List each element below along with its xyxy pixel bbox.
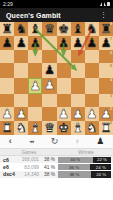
black-pawn-c7: ♟ [28, 36, 42, 50]
rank-label-3: 3 [110, 94, 112, 98]
square-e3[interactable] [57, 94, 71, 107]
black-pawn-e7: ♟ [57, 36, 71, 50]
moves-table-header: Games Winrate [0, 149, 113, 156]
square-b7[interactable]: ♟ [14, 36, 28, 50]
square-h7[interactable]: ♟7 [99, 36, 113, 50]
square-f2[interactable]: ♟ [71, 107, 85, 121]
black-pawn-b7: ♟ [14, 36, 28, 50]
black-pawn-d5: ♟ [42, 63, 56, 77]
navigation-toolbar: ‹ ◂◂ ↻ › ♟ [0, 135, 113, 149]
square-d8[interactable]: ♛ [42, 22, 56, 36]
black-knight-b8: ♞ [14, 22, 28, 36]
black-king-e8: ♚ [57, 22, 71, 36]
forward-icon[interactable]: › [76, 135, 79, 148]
winrate-bar: 38 %24 % [58, 171, 112, 177]
black-pawn-g7: ♟ [85, 36, 99, 50]
square-g2[interactable]: ♟ [85, 107, 99, 121]
square-b5[interactable] [14, 63, 28, 77]
white-knight-b1: ♞ [14, 121, 28, 135]
square-f7[interactable]: ♟ [71, 36, 85, 50]
square-b6[interactable] [14, 50, 28, 63]
square-b3[interactable] [14, 94, 28, 107]
rank-label-2: 2 [110, 107, 112, 111]
black-rook-a8: ♜ [0, 22, 14, 36]
square-h3[interactable]: 3 [99, 94, 113, 107]
move-label: dxc4 [0, 171, 15, 177]
square-g8[interactable]: ♞ [85, 22, 99, 36]
black-win-pct: 24 % [90, 164, 111, 170]
board-grid: ♜♞♝♛♚♝♞♜8♟♟♟♟♟♟♟76♟5♟♟43♟♟♟♟♟♟2♜♞♝♛♚♝♞♜1 [0, 22, 113, 135]
square-h5[interactable]: 5 [99, 63, 113, 77]
black-bishop-c8: ♝ [28, 22, 42, 36]
white-knight-g1: ♞ [85, 121, 99, 135]
reset-refresh-icon[interactable]: ↻ [51, 135, 59, 148]
white-win-pct: 38 % [39, 157, 58, 162]
draw-pct: 38 % [58, 171, 91, 177]
square-h2[interactable]: ♟2 [99, 107, 113, 121]
square-g1[interactable]: ♞ [85, 121, 99, 135]
square-b2[interactable]: ♟ [14, 107, 28, 121]
white-bishop-f1: ♝ [71, 121, 85, 135]
rank-label-4: 4 [110, 78, 112, 82]
square-g7[interactable]: ♟ [85, 36, 99, 50]
square-c6[interactable] [28, 50, 42, 63]
square-g6[interactable] [85, 50, 99, 63]
white-queen-d1: ♛ [42, 121, 56, 135]
move-label: e6 [0, 164, 15, 170]
square-c4[interactable]: ♟ [28, 78, 42, 94]
square-a1[interactable]: ♜ [0, 121, 14, 135]
square-c5[interactable] [28, 63, 42, 77]
games-column-header: Games [15, 150, 43, 155]
rank-label-5: 5 [110, 64, 112, 68]
black-win-pct: 22 % [93, 157, 112, 163]
square-f3[interactable] [71, 94, 85, 107]
square-e4[interactable] [57, 78, 71, 94]
white-pawn-g2: ♟ [85, 107, 99, 121]
square-g5[interactable] [85, 63, 99, 77]
square-b8[interactable]: ♞ [14, 22, 28, 36]
black-win-pct: 24 % [91, 171, 112, 177]
square-f4[interactable] [71, 78, 85, 94]
square-c1[interactable]: ♝ [28, 121, 42, 135]
signal-icon [100, 2, 102, 6]
white-pawn-b2: ♟ [14, 107, 28, 121]
network-icon [104, 2, 106, 6]
square-e1[interactable]: ♚ [57, 121, 71, 135]
games-count: 83,099 [15, 165, 39, 170]
black-piece-icon[interactable]: ♟ [96, 135, 104, 148]
square-h8[interactable]: ♜8 [99, 22, 113, 36]
square-e6[interactable] [57, 50, 71, 63]
rank-label-6: 6 [110, 51, 112, 55]
white-king-e1: ♚ [57, 121, 71, 135]
square-e8[interactable]: ♚ [57, 22, 71, 36]
clock-time: 2:29 [3, 1, 13, 7]
square-f8[interactable]: ♝ [71, 22, 85, 36]
black-knight-g8: ♞ [85, 22, 99, 36]
square-d5[interactable]: ♟ [42, 63, 56, 77]
square-d7[interactable] [42, 36, 56, 50]
square-f1[interactable]: ♝ [71, 121, 85, 135]
games-count: 14,340 [15, 172, 39, 177]
square-a5[interactable] [0, 63, 14, 77]
white-pawn-f2: ♟ [71, 107, 85, 121]
app-title-bar: Queen's Gambit ⋮ [0, 8, 113, 22]
square-d4[interactable]: ♟ [42, 78, 56, 94]
square-e5[interactable] [57, 63, 71, 77]
square-a3[interactable] [0, 94, 14, 107]
square-h4[interactable]: 4 [99, 78, 113, 94]
square-c2[interactable] [28, 107, 42, 121]
overflow-menu-icon[interactable]: ⋮ [99, 8, 108, 22]
chess-board: ♜♞♝♛♚♝♞♜8♟♟♟♟♟♟♟76♟5♟♟43♟♟♟♟♟♟2♜♞♝♛♚♝♞♜1 [0, 22, 113, 135]
square-d3[interactable] [42, 94, 56, 107]
status-bar: 2:29 [0, 0, 113, 8]
square-h6[interactable]: 6 [99, 50, 113, 63]
winrate-column-header: Winrate [59, 150, 113, 155]
white-pawn-d4: ♟ [42, 78, 56, 92]
black-bishop-f8: ♝ [71, 22, 85, 36]
black-pawn-a7: ♟ [0, 36, 14, 50]
move-row-dxc4[interactable]: dxc414,34038 %38 %24 % [0, 171, 113, 178]
square-b1[interactable]: ♞ [14, 121, 28, 135]
square-a7[interactable]: ♟ [0, 36, 14, 50]
square-a6[interactable] [0, 50, 14, 63]
square-d2[interactable] [42, 107, 56, 121]
games-count: 168,001 [15, 157, 39, 162]
battery-icon [107, 2, 110, 7]
move-label: c6 [0, 157, 15, 163]
draw-pct: 36 % [58, 164, 90, 170]
white-win-pct: 38 % [39, 172, 58, 177]
winrate-bar: 36 %24 % [58, 164, 112, 170]
square-a8[interactable]: ♜ [0, 22, 14, 36]
square-f6[interactable] [71, 50, 85, 63]
square-e2[interactable]: ♟ [57, 107, 71, 121]
square-f5[interactable] [71, 63, 85, 77]
square-a4[interactable] [0, 78, 14, 94]
white-pawn-e2: ♟ [57, 107, 71, 121]
square-g3[interactable] [85, 94, 99, 107]
square-e7[interactable]: ♟ [57, 36, 71, 50]
rank-label-1: 1 [110, 121, 112, 125]
white-pawn-c4: ♟ [29, 79, 41, 93]
move-row-c6[interactable]: c6168,00138 %40 %22 % [0, 156, 113, 163]
black-queen-d8: ♛ [42, 22, 56, 36]
white-pawn-a2: ♟ [0, 107, 14, 121]
move-row-e6[interactable]: e683,09941 %36 %24 % [0, 163, 113, 170]
back-icon[interactable]: ‹ [9, 135, 12, 148]
black-pawn-f7: ♟ [71, 36, 85, 50]
square-c8[interactable]: ♝ [28, 22, 42, 36]
square-a2[interactable]: ♟ [0, 107, 14, 121]
white-win-pct: 41 % [39, 165, 58, 170]
page-title: Queen's Gambit [6, 12, 61, 19]
square-b4[interactable] [14, 78, 28, 94]
square-g4[interactable] [85, 78, 99, 94]
square-c7[interactable]: ♟ [28, 36, 42, 50]
moves-table: c6168,00138 %40 %22 %e683,09941 %36 %24 … [0, 156, 113, 178]
rank-label-7: 7 [110, 37, 112, 41]
draw-pct: 40 % [58, 157, 93, 163]
white-rook-a1: ♜ [0, 121, 14, 135]
square-h1[interactable]: ♜1 [99, 121, 113, 135]
rank-label-8: 8 [110, 22, 112, 26]
winrate-bar: 40 %22 % [58, 157, 112, 163]
square-c3[interactable] [28, 94, 42, 107]
rewind-to-start-icon[interactable]: ◂◂ [29, 135, 33, 148]
square-d1[interactable]: ♛ [42, 121, 56, 135]
white-bishop-c1: ♝ [28, 121, 42, 135]
